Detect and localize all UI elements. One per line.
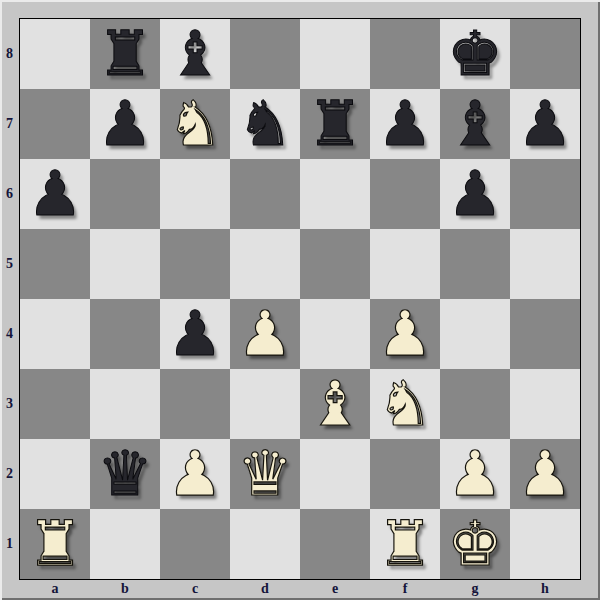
square-f5[interactable] [370,229,440,299]
square-f6[interactable] [370,159,440,229]
rank-label-1: 1 [0,509,19,579]
piece-black-pawn[interactable]: ♟ [377,93,433,155]
square-g6[interactable]: ♟ [440,159,510,229]
piece-white-bishop[interactable]: ♝ [307,373,363,435]
square-a2[interactable] [20,439,90,509]
square-f3[interactable]: ♞ [370,369,440,439]
piece-black-rook[interactable]: ♜ [97,23,153,85]
square-c7[interactable]: ♞ [160,89,230,159]
file-label-h: h [510,579,580,598]
piece-black-rook[interactable]: ♜ [307,93,363,155]
square-h6[interactable] [510,159,580,229]
square-f7[interactable]: ♟ [370,89,440,159]
square-f8[interactable] [370,19,440,89]
square-a5[interactable] [20,229,90,299]
piece-black-queen[interactable]: ♛ [97,443,153,505]
square-h2[interactable]: ♟ [510,439,580,509]
rank-label-8: 8 [0,19,19,89]
piece-white-knight[interactable]: ♞ [377,373,433,435]
piece-black-pawn[interactable]: ♟ [447,163,503,225]
square-f1[interactable]: ♜ [370,509,440,579]
piece-white-king[interactable]: ♚ [447,513,503,575]
rank-labels: 87654321 [0,19,19,579]
square-c6[interactable] [160,159,230,229]
square-h1[interactable] [510,509,580,579]
piece-white-rook[interactable]: ♜ [377,513,433,575]
piece-black-bishop[interactable]: ♝ [167,23,223,85]
square-g5[interactable] [440,229,510,299]
square-c8[interactable]: ♝ [160,19,230,89]
square-c2[interactable]: ♟ [160,439,230,509]
file-label-d: d [230,579,300,598]
file-label-b: b [90,579,160,598]
piece-white-pawn[interactable]: ♟ [167,443,223,505]
piece-black-pawn[interactable]: ♟ [517,93,573,155]
square-g3[interactable] [440,369,510,439]
piece-white-pawn[interactable]: ♟ [237,303,293,365]
square-b2[interactable]: ♛ [90,439,160,509]
square-c4[interactable]: ♟ [160,299,230,369]
rank-label-4: 4 [0,299,19,369]
rank-label-3: 3 [0,369,19,439]
square-e4[interactable] [300,299,370,369]
square-c5[interactable] [160,229,230,299]
square-g1[interactable]: ♚ [440,509,510,579]
square-d1[interactable] [230,509,300,579]
piece-black-knight[interactable]: ♞ [237,93,293,155]
square-d4[interactable]: ♟ [230,299,300,369]
square-a8[interactable] [20,19,90,89]
square-d5[interactable] [230,229,300,299]
square-b7[interactable]: ♟ [90,89,160,159]
file-label-g: g [440,579,510,598]
square-g7[interactable]: ♝ [440,89,510,159]
square-e8[interactable] [300,19,370,89]
square-b8[interactable]: ♜ [90,19,160,89]
file-labels: abcdefgh [20,579,580,598]
square-c1[interactable] [160,509,230,579]
square-b3[interactable] [90,369,160,439]
rank-label-2: 2 [0,439,19,509]
piece-white-rook[interactable]: ♜ [27,513,83,575]
square-d6[interactable] [230,159,300,229]
piece-black-pawn[interactable]: ♟ [27,163,83,225]
square-e6[interactable] [300,159,370,229]
square-h7[interactable]: ♟ [510,89,580,159]
chess-board-panel: 87654321 ♜♝♚♟♞♞♜♟♝♟♟♟♟♟♟♝♞♛♟♛♟♟♜♜♚ abcde… [0,0,600,600]
square-e7[interactable]: ♜ [300,89,370,159]
square-d2[interactable]: ♛ [230,439,300,509]
file-label-a: a [20,579,90,598]
square-h3[interactable] [510,369,580,439]
square-g8[interactable]: ♚ [440,19,510,89]
file-label-f: f [370,579,440,598]
file-label-e: e [300,579,370,598]
chess-board[interactable]: ♜♝♚♟♞♞♜♟♝♟♟♟♟♟♟♝♞♛♟♛♟♟♜♜♚ [19,18,581,580]
square-h5[interactable] [510,229,580,299]
piece-white-queen[interactable]: ♛ [237,443,293,505]
square-a7[interactable] [20,89,90,159]
square-g2[interactable]: ♟ [440,439,510,509]
file-label-c: c [160,579,230,598]
square-b4[interactable] [90,299,160,369]
piece-white-knight[interactable]: ♞ [167,93,223,155]
square-b1[interactable] [90,509,160,579]
rank-label-6: 6 [0,159,19,229]
rank-label-5: 5 [0,229,19,299]
square-h4[interactable] [510,299,580,369]
piece-white-pawn[interactable]: ♟ [447,443,503,505]
square-a1[interactable]: ♜ [20,509,90,579]
square-b6[interactable] [90,159,160,229]
piece-black-king[interactable]: ♚ [447,23,503,85]
square-e1[interactable] [300,509,370,579]
piece-white-pawn[interactable]: ♟ [377,303,433,365]
square-f2[interactable] [370,439,440,509]
square-a6[interactable]: ♟ [20,159,90,229]
piece-black-pawn[interactable]: ♟ [97,93,153,155]
square-e2[interactable] [300,439,370,509]
square-d3[interactable] [230,369,300,439]
square-f4[interactable]: ♟ [370,299,440,369]
piece-white-pawn[interactable]: ♟ [517,443,573,505]
square-e5[interactable] [300,229,370,299]
piece-black-bishop[interactable]: ♝ [447,93,503,155]
square-d8[interactable] [230,19,300,89]
rank-label-7: 7 [0,89,19,159]
square-h8[interactable] [510,19,580,89]
square-e3[interactable]: ♝ [300,369,370,439]
square-a4[interactable] [20,299,90,369]
square-c3[interactable] [160,369,230,439]
square-a3[interactable] [20,369,90,439]
piece-black-pawn[interactable]: ♟ [167,303,223,365]
square-g4[interactable] [440,299,510,369]
square-b5[interactable] [90,229,160,299]
square-d7[interactable]: ♞ [230,89,300,159]
